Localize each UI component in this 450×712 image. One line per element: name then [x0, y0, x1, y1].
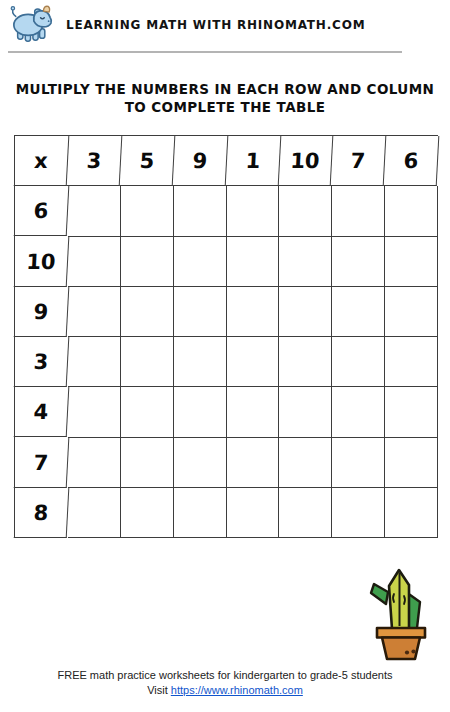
- title-line-2: to complete the table: [0, 98, 450, 116]
- answer-cell-r4c2[interactable]: [121, 337, 174, 387]
- answer-cell-r7c3[interactable]: [174, 488, 227, 538]
- worksheet-title: Multiply the numbers in each row and col…: [0, 80, 450, 116]
- answer-cell-r5c4[interactable]: [227, 387, 280, 437]
- answer-cell-r2c3[interactable]: [174, 237, 227, 287]
- row-header-cell-8: 8: [14, 488, 70, 538]
- col-header-cell-5: 5: [119, 136, 175, 186]
- answer-cell-r1c2[interactable]: [121, 186, 174, 236]
- answer-cell-r3c3[interactable]: [174, 287, 227, 337]
- answer-cell-r7c1[interactable]: [68, 488, 121, 538]
- col-header-cell-7: 7: [331, 136, 387, 186]
- cactus-icon: [364, 566, 438, 668]
- answer-cell-r4c7[interactable]: [385, 337, 438, 387]
- answer-cell-r2c7[interactable]: [385, 237, 438, 287]
- title-line-1: Multiply the numbers in each row and col…: [0, 80, 450, 98]
- footer-text: FREE math practice worksheets for kinder…: [0, 668, 450, 683]
- answer-cell-r1c1[interactable]: [68, 186, 121, 236]
- answer-cell-r3c4[interactable]: [227, 287, 280, 337]
- col-header-cell-9: 9: [172, 136, 228, 186]
- answer-cell-r2c2[interactable]: [121, 237, 174, 287]
- row-header-cell-7: 7: [14, 438, 70, 488]
- worksheet-page: LEARNING MATH WITH RHINOMATH.COM Multipl…: [0, 0, 450, 712]
- col-header-cell-3: 3: [67, 136, 123, 186]
- answer-cell-r3c5[interactable]: [279, 287, 332, 337]
- rhino-icon: [8, 4, 54, 44]
- answer-cell-r6c2[interactable]: [121, 438, 174, 488]
- answer-cell-r5c5[interactable]: [279, 387, 332, 437]
- answer-cell-r1c7[interactable]: [385, 186, 438, 236]
- answer-cell-r4c5[interactable]: [279, 337, 332, 387]
- header-divider: [8, 51, 402, 53]
- answer-cell-r3c2[interactable]: [121, 287, 174, 337]
- answer-cell-r5c7[interactable]: [385, 387, 438, 437]
- answer-cell-r5c6[interactable]: [332, 387, 385, 437]
- answer-cell-r2c5[interactable]: [279, 237, 332, 287]
- answer-cell-r6c7[interactable]: [385, 438, 438, 488]
- visit-label: Visit: [147, 684, 171, 696]
- multiplication-grid: x3591107661093478: [14, 135, 438, 538]
- answer-cell-r2c6[interactable]: [332, 237, 385, 287]
- rhinomath-link[interactable]: https://www.rhinomath.com: [171, 684, 303, 696]
- page-footer: FREE math practice worksheets for kinder…: [0, 668, 450, 698]
- row-header-cell-3: 3: [14, 337, 70, 387]
- answer-cell-r4c4[interactable]: [227, 337, 280, 387]
- answer-cell-r2c4[interactable]: [227, 237, 280, 287]
- col-header-cell-1: 1: [225, 136, 281, 186]
- row-header-cell-9: 9: [14, 287, 70, 337]
- answer-cell-r2c1[interactable]: [68, 237, 121, 287]
- answer-cell-r7c2[interactable]: [121, 488, 174, 538]
- answer-cell-r6c4[interactable]: [227, 438, 280, 488]
- col-header-cell-10: 10: [278, 136, 334, 186]
- answer-cell-r1c4[interactable]: [227, 186, 280, 236]
- col-header-cell-6: 6: [384, 136, 440, 186]
- answer-cell-r4c3[interactable]: [174, 337, 227, 387]
- brand-header: LEARNING MATH WITH RHINOMATH.COM: [8, 3, 365, 45]
- answer-cell-r7c7[interactable]: [385, 488, 438, 538]
- answer-cell-r3c7[interactable]: [385, 287, 438, 337]
- answer-cell-r1c3[interactable]: [174, 186, 227, 236]
- answer-cell-r3c6[interactable]: [332, 287, 385, 337]
- answer-cell-r6c1[interactable]: [68, 438, 121, 488]
- answer-cell-r6c5[interactable]: [279, 438, 332, 488]
- row-header-cell-6: 6: [14, 186, 70, 236]
- answer-cell-r4c6[interactable]: [332, 337, 385, 387]
- brand-text: LEARNING MATH WITH RHINOMATH.COM: [66, 16, 365, 32]
- row-header-cell-10: 10: [14, 237, 70, 287]
- answer-cell-r7c5[interactable]: [279, 488, 332, 538]
- operator-cell: x: [14, 136, 70, 186]
- answer-cell-r5c3[interactable]: [174, 387, 227, 437]
- answer-cell-r4c1[interactable]: [68, 337, 121, 387]
- answer-cell-r7c4[interactable]: [227, 488, 280, 538]
- answer-cell-r5c2[interactable]: [121, 387, 174, 437]
- answer-cell-r7c6[interactable]: [332, 488, 385, 538]
- answer-cell-r1c5[interactable]: [279, 186, 332, 236]
- footer-visit-line: Visit https://www.rhinomath.com: [0, 683, 450, 698]
- answer-cell-r6c3[interactable]: [174, 438, 227, 488]
- answer-cell-r1c6[interactable]: [332, 186, 385, 236]
- answer-cell-r6c6[interactable]: [332, 438, 385, 488]
- answer-cell-r5c1[interactable]: [68, 387, 121, 437]
- row-header-cell-4: 4: [14, 387, 70, 437]
- answer-cell-r3c1[interactable]: [68, 287, 121, 337]
